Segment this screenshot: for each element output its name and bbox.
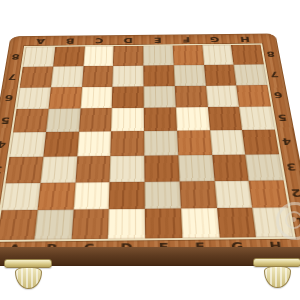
rank-label-7: 7: [7, 73, 17, 81]
file-label-d: D: [124, 37, 134, 45]
rank-label-3: 3: [286, 162, 297, 172]
rank-label-8: 8: [266, 50, 276, 58]
square-h8: [231, 45, 264, 65]
square-f1: [181, 208, 220, 238]
square-c3: [75, 156, 111, 182]
square-g7: [204, 64, 237, 85]
file-label-a: A: [36, 38, 46, 46]
rank-label-4: 4: [0, 140, 7, 150]
square-a5: [13, 109, 48, 132]
square-e6: [144, 86, 176, 108]
square-e3: [144, 155, 179, 181]
file-label-h: H: [239, 36, 250, 44]
square-c6: [80, 86, 112, 108]
square-a1: [0, 210, 37, 240]
square-d4: [111, 131, 145, 156]
square-d3: [110, 155, 145, 181]
square-h6: [236, 85, 271, 107]
brass-clasp-left: [4, 259, 52, 289]
rank-label-5: 5: [0, 116, 10, 125]
square-g1: [217, 208, 257, 238]
square-d8: [113, 46, 143, 66]
square-c4: [77, 131, 111, 156]
square-e2: [145, 181, 181, 209]
product-photo-stage: ABCDEFGH ABCDEFGH 87654321 87654321: [0, 0, 300, 300]
rank-label-6: 6: [4, 94, 14, 103]
square-f4: [177, 130, 212, 155]
square-b8: [53, 46, 84, 66]
clasp-shell-pendant: [264, 266, 291, 288]
square-c1: [71, 209, 109, 239]
square-f5: [176, 107, 210, 130]
square-g2: [214, 180, 252, 208]
square-f3: [178, 155, 214, 181]
square-b4: [43, 132, 78, 157]
file-label-g: G: [210, 36, 220, 44]
square-e4: [144, 131, 178, 156]
square-d1: [108, 209, 145, 239]
square-g6: [205, 85, 239, 107]
square-a3: [5, 157, 43, 183]
square-c5: [79, 108, 112, 131]
board-frame: ABCDEFGH ABCDEFGH 87654321 87654321: [0, 34, 300, 259]
board-grid: [0, 45, 293, 240]
square-e5: [144, 108, 177, 131]
file-label-c: C: [95, 37, 104, 45]
square-f6: [174, 85, 207, 107]
square-a8: [23, 47, 55, 67]
square-b2: [37, 182, 75, 210]
square-c2: [73, 182, 110, 210]
square-g8: [202, 45, 234, 65]
square-e8: [143, 46, 173, 66]
rank-label-5: 5: [277, 113, 288, 122]
square-b1: [34, 210, 73, 240]
square-b6: [48, 87, 81, 109]
clasp-shell-pendant: [15, 267, 42, 289]
square-b5: [46, 109, 80, 132]
square-g3: [212, 154, 249, 180]
square-d7: [113, 65, 144, 86]
square-h5: [239, 107, 275, 130]
rank-label-8: 8: [11, 53, 20, 61]
square-g4: [209, 130, 245, 155]
rank-label-6: 6: [273, 91, 283, 100]
chess-board: ABCDEFGH ABCDEFGH 87654321 87654321: [0, 34, 300, 259]
square-h7: [234, 64, 268, 85]
file-label-f: F: [182, 36, 190, 44]
square-b7: [51, 66, 83, 87]
square-a2: [1, 183, 40, 211]
file-label-b: B: [66, 37, 75, 45]
rank-label-2: 2: [290, 188, 300, 199]
square-h4: [242, 130, 279, 155]
brass-clasp-right: [253, 258, 300, 288]
square-a6: [16, 87, 50, 109]
square-a7: [20, 66, 53, 87]
square-c7: [82, 66, 114, 87]
square-e1: [145, 209, 182, 239]
square-h3: [245, 154, 283, 180]
square-f2: [179, 181, 216, 209]
square-f7: [173, 65, 205, 86]
square-g5: [207, 107, 242, 130]
square-h2: [249, 180, 288, 208]
square-d5: [111, 108, 144, 131]
rank-label-4: 4: [281, 137, 292, 147]
square-c8: [83, 46, 114, 66]
square-e7: [143, 65, 174, 86]
square-d6: [112, 86, 144, 108]
file-label-e: E: [153, 36, 161, 44]
square-f8: [172, 45, 203, 65]
square-b3: [40, 156, 77, 182]
square-a4: [9, 132, 45, 157]
rank-label-7: 7: [270, 70, 280, 78]
rank-label-3: 3: [0, 165, 3, 175]
square-d2: [109, 181, 145, 209]
